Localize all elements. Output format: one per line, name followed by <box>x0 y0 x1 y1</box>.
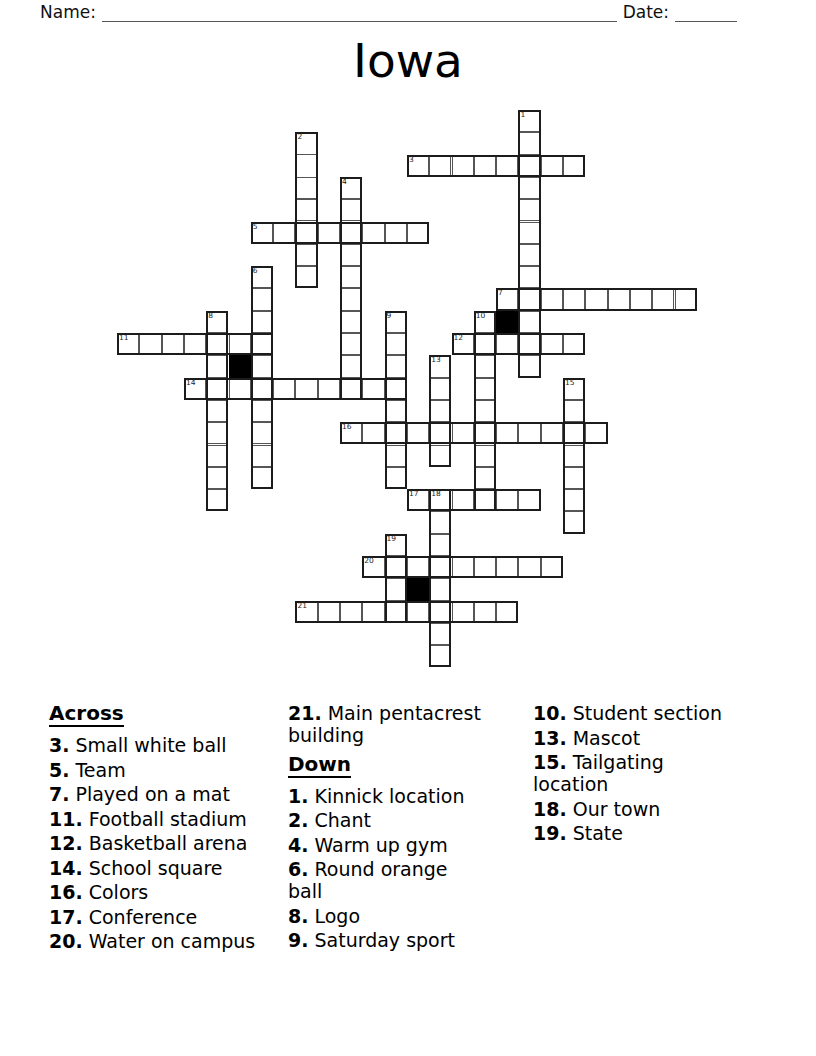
cell-number-14: 14 <box>186 379 196 387</box>
grid-cell[interactable] <box>340 333 362 355</box>
grid-cell[interactable] <box>340 199 362 221</box>
grid-cell[interactable] <box>429 578 451 600</box>
grid-cell[interactable] <box>518 266 540 288</box>
cell-number-10: 10 <box>476 312 486 320</box>
grid-cell[interactable] <box>429 534 451 556</box>
grid-cell[interactable] <box>474 155 496 177</box>
grid-cell[interactable] <box>518 333 540 355</box>
down-clue-list-2: 10. Student section13. Mascot15. Tailgat… <box>533 702 729 844</box>
grid-cell[interactable] <box>585 288 607 310</box>
grid-cell[interactable] <box>474 422 496 444</box>
grid-cell[interactable] <box>385 355 407 377</box>
date-label: Date: <box>623 2 669 22</box>
grid-cell[interactable] <box>474 400 496 422</box>
date-input-line[interactable] <box>675 2 737 22</box>
grid-cell[interactable] <box>362 222 384 244</box>
grid-cell[interactable] <box>429 155 451 177</box>
grid-cell[interactable] <box>563 489 585 511</box>
grid-cell[interactable] <box>251 355 273 377</box>
cell-number-18: 18 <box>431 490 441 498</box>
down-clue-list: 1. Kinnick location2. Chant4. Warm up gy… <box>288 785 484 952</box>
cell-number-4: 4 <box>342 178 347 186</box>
clue-17: 17. Conference <box>49 906 264 928</box>
black-cell <box>496 311 518 333</box>
grid-cell[interactable] <box>295 222 317 244</box>
grid-cell[interactable] <box>541 422 563 444</box>
grid-cell[interactable] <box>385 400 407 422</box>
grid-cell[interactable] <box>652 288 674 310</box>
grid-cell[interactable] <box>184 333 206 355</box>
grid-cell[interactable] <box>340 288 362 310</box>
grid-cell[interactable] <box>452 155 474 177</box>
cell-number-9: 9 <box>387 312 392 320</box>
grid-cell[interactable] <box>541 333 563 355</box>
clue-2: 2. Chant <box>288 809 484 831</box>
grid-cell[interactable] <box>251 288 273 310</box>
grid-cell[interactable] <box>385 222 407 244</box>
down-heading: Down <box>288 753 351 778</box>
cell-number-13: 13 <box>431 356 441 364</box>
grid-cell[interactable] <box>295 199 317 221</box>
across-heading: Across <box>49 702 124 727</box>
grid-cell[interactable] <box>429 601 451 623</box>
grid-cell[interactable] <box>318 601 340 623</box>
grid-cell[interactable] <box>474 355 496 377</box>
grid-cell[interactable] <box>452 601 474 623</box>
grid-cell[interactable] <box>429 645 451 667</box>
grid-cell[interactable] <box>407 222 429 244</box>
clue-15: 15. Tailgating location <box>533 751 729 795</box>
cell-number-6: 6 <box>253 267 258 275</box>
clue-11: 11. Football stadium <box>49 808 264 830</box>
grid-cell[interactable] <box>429 400 451 422</box>
grid-cell[interactable] <box>496 556 518 578</box>
grid-cell[interactable] <box>518 288 540 310</box>
name-input-line[interactable] <box>102 2 617 22</box>
grid-cell[interactable] <box>385 601 407 623</box>
clue-5: 5. Team <box>49 759 264 781</box>
grid-cell[interactable] <box>518 489 540 511</box>
worksheet-page: Name: Date: Iowa 12345678910111213141516… <box>0 0 816 1056</box>
cell-number-19: 19 <box>387 535 397 543</box>
grid-cell[interactable] <box>206 355 228 377</box>
grid-cell[interactable] <box>585 422 607 444</box>
grid-cell[interactable] <box>518 311 540 333</box>
grid-cell[interactable] <box>206 422 228 444</box>
name-label: Name: <box>40 2 96 22</box>
grid-cell[interactable] <box>675 288 697 310</box>
cell-number-12: 12 <box>454 334 464 342</box>
grid-cell[interactable] <box>206 467 228 489</box>
grid-cell[interactable] <box>429 445 451 467</box>
grid-cell[interactable] <box>563 467 585 489</box>
grid-cell[interactable] <box>206 489 228 511</box>
grid-cell[interactable] <box>518 132 540 154</box>
grid-cell[interactable] <box>541 556 563 578</box>
across-clue-21-list: 21. Main pentacrest building <box>288 702 484 746</box>
grid-cell[interactable] <box>474 556 496 578</box>
cell-number-17: 17 <box>409 490 419 498</box>
clue-4: 4. Warm up gym <box>288 834 484 856</box>
grid-cell[interactable] <box>385 422 407 444</box>
black-cell <box>229 355 251 377</box>
grid-cell[interactable] <box>206 333 228 355</box>
grid-cell[interactable] <box>563 445 585 467</box>
grid-cell[interactable] <box>251 400 273 422</box>
clue-20: 20. Water on campus <box>49 930 264 952</box>
clue-8: 8. Logo <box>288 905 484 927</box>
grid-cell[interactable] <box>340 601 362 623</box>
clue-9: 9. Saturday sport <box>288 929 484 951</box>
grid-cell[interactable] <box>630 288 652 310</box>
grid-cell[interactable] <box>340 378 362 400</box>
grid-cell[interactable] <box>563 288 585 310</box>
clue-14: 14. School square <box>49 857 264 879</box>
grid-cell[interactable] <box>563 511 585 533</box>
grid-cell[interactable] <box>295 177 317 199</box>
clue-6: 6. Round orange ball <box>288 858 484 902</box>
clue-16: 16. Colors <box>49 881 264 903</box>
grid-cell[interactable] <box>563 155 585 177</box>
grid-cell[interactable] <box>206 445 228 467</box>
clue-21: 21. Main pentacrest building <box>288 702 484 746</box>
grid-cell[interactable] <box>518 355 540 377</box>
grid-cell[interactable] <box>407 556 429 578</box>
grid-cell[interactable] <box>563 422 585 444</box>
grid-cell[interactable] <box>429 511 451 533</box>
grid-cell[interactable] <box>563 333 585 355</box>
grid-cell[interactable] <box>251 333 273 355</box>
grid-cell[interactable] <box>340 311 362 333</box>
grid-cell[interactable] <box>340 244 362 266</box>
grid-cell[interactable] <box>407 601 429 623</box>
cell-number-2: 2 <box>297 133 302 141</box>
clue-13: 13. Mascot <box>533 727 729 749</box>
grid-cell[interactable] <box>340 222 362 244</box>
grid-cell[interactable] <box>385 467 407 489</box>
grid-cell[interactable] <box>206 378 228 400</box>
grid-cell[interactable] <box>340 266 362 288</box>
cell-number-16: 16 <box>342 423 352 431</box>
grid-cell[interactable] <box>318 222 340 244</box>
grid-cell[interactable] <box>496 489 518 511</box>
puzzle-title: Iowa <box>0 33 816 89</box>
cell-number-20: 20 <box>364 557 374 565</box>
grid-cell[interactable] <box>496 333 518 355</box>
grid-cell[interactable] <box>251 311 273 333</box>
grid-cell[interactable] <box>474 601 496 623</box>
clue-18: 18. Our town <box>533 798 729 820</box>
grid-cell[interactable] <box>518 244 540 266</box>
grid-cell[interactable] <box>362 601 384 623</box>
middle-clues-column: 21. Main pentacrest building Down 1. Kin… <box>288 702 484 954</box>
grid-cell[interactable] <box>295 244 317 266</box>
grid-cell[interactable] <box>273 222 295 244</box>
grid-cell[interactable] <box>518 155 540 177</box>
grid-cell[interactable] <box>474 489 496 511</box>
header: Name: Date: <box>40 2 737 22</box>
grid-cell[interactable] <box>474 378 496 400</box>
grid-cell[interactable] <box>496 601 518 623</box>
grid-cell[interactable] <box>518 222 540 244</box>
grid-cell[interactable] <box>162 333 184 355</box>
grid-cell[interactable] <box>340 355 362 377</box>
grid-cell[interactable] <box>496 422 518 444</box>
grid-cell[interactable] <box>608 288 630 310</box>
grid-cell[interactable] <box>518 177 540 199</box>
grid-cell[interactable] <box>496 155 518 177</box>
grid-cell[interactable] <box>385 556 407 578</box>
grid-cell[interactable] <box>474 445 496 467</box>
grid-cell[interactable] <box>385 578 407 600</box>
grid-cell[interactable] <box>518 199 540 221</box>
grid-cell[interactable] <box>206 400 228 422</box>
grid-cell[interactable] <box>229 333 251 355</box>
grid-cell[interactable] <box>452 489 474 511</box>
cell-number-7: 7 <box>498 289 503 297</box>
cell-number-1: 1 <box>520 111 525 119</box>
clue-12: 12. Basketball arena <box>49 832 264 854</box>
across-clues-column: Across 3. Small white ball5. Team7. Play… <box>49 702 264 955</box>
cell-number-11: 11 <box>119 334 129 342</box>
grid-cell[interactable] <box>251 467 273 489</box>
grid-cell[interactable] <box>229 378 251 400</box>
clue-19: 19. State <box>533 822 729 844</box>
grid-cell[interactable] <box>273 378 295 400</box>
grid-cell[interactable] <box>474 467 496 489</box>
grid-cell[interactable] <box>385 445 407 467</box>
black-cell <box>407 578 429 600</box>
grid-cell[interactable] <box>385 333 407 355</box>
cell-number-21: 21 <box>297 602 307 610</box>
crossword-grid: 123456789101112131415161718192021 <box>117 110 697 668</box>
cell-number-3: 3 <box>409 156 414 164</box>
grid-cell[interactable] <box>139 333 161 355</box>
cell-number-8: 8 <box>208 312 213 320</box>
across-clue-list: 3. Small white ball5. Team7. Played on a… <box>49 734 264 952</box>
grid-cell[interactable] <box>452 422 474 444</box>
grid-cell[interactable] <box>295 266 317 288</box>
grid-cell[interactable] <box>429 422 451 444</box>
grid-cell[interactable] <box>474 333 496 355</box>
clue-10: 10. Student section <box>533 702 729 724</box>
grid-cell[interactable] <box>362 422 384 444</box>
grid-cell[interactable] <box>429 623 451 645</box>
grid-cell[interactable] <box>407 422 429 444</box>
grid-cell[interactable] <box>318 378 340 400</box>
grid-cell[interactable] <box>452 556 474 578</box>
cell-number-5: 5 <box>253 223 258 231</box>
grid-cell[interactable] <box>563 400 585 422</box>
grid-cell[interactable] <box>541 155 563 177</box>
grid-cell[interactable] <box>518 422 540 444</box>
grid-cell[interactable] <box>385 378 407 400</box>
clue-1: 1. Kinnick location <box>288 785 484 807</box>
grid-cell[interactable] <box>251 378 273 400</box>
grid-cell[interactable] <box>362 378 384 400</box>
grid-cell[interactable] <box>541 288 563 310</box>
grid-cell[interactable] <box>295 378 317 400</box>
clue-7: 7. Played on a mat <box>49 783 264 805</box>
clue-3: 3. Small white ball <box>49 734 264 756</box>
grid-cell[interactable] <box>251 445 273 467</box>
grid-cell[interactable] <box>429 378 451 400</box>
grid-cell[interactable] <box>518 556 540 578</box>
grid-cell[interactable] <box>429 556 451 578</box>
cell-number-15: 15 <box>565 379 575 387</box>
right-clues-column: 10. Student section13. Mascot15. Tailgat… <box>533 702 729 847</box>
grid-cell[interactable] <box>251 422 273 444</box>
